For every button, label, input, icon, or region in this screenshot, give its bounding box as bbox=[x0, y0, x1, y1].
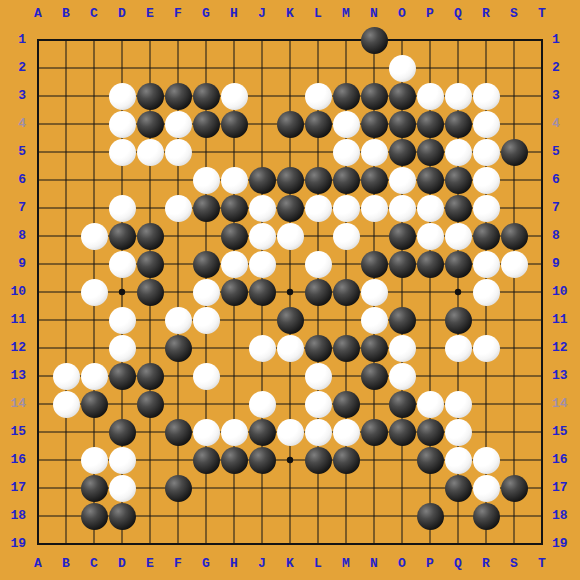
intersection-P3[interactable] bbox=[416, 82, 444, 110]
intersection-H11[interactable] bbox=[220, 306, 248, 334]
intersection-A4[interactable] bbox=[24, 110, 52, 138]
intersection-E4[interactable] bbox=[136, 110, 164, 138]
intersection-O10[interactable] bbox=[388, 278, 416, 306]
intersection-B18[interactable] bbox=[52, 502, 80, 530]
intersection-G1[interactable] bbox=[192, 26, 220, 54]
intersection-J2[interactable] bbox=[248, 54, 276, 82]
intersection-J13[interactable] bbox=[248, 362, 276, 390]
intersection-D5[interactable] bbox=[108, 138, 136, 166]
intersection-N1[interactable] bbox=[360, 26, 388, 54]
intersection-R6[interactable] bbox=[472, 166, 500, 194]
intersection-G17[interactable] bbox=[192, 474, 220, 502]
intersection-Q10[interactable] bbox=[444, 278, 472, 306]
intersection-Q2[interactable] bbox=[444, 54, 472, 82]
intersection-M5[interactable] bbox=[332, 138, 360, 166]
intersection-D8[interactable] bbox=[108, 222, 136, 250]
intersection-H4[interactable] bbox=[220, 110, 248, 138]
intersection-D6[interactable] bbox=[108, 166, 136, 194]
intersection-K3[interactable] bbox=[276, 82, 304, 110]
intersection-C16[interactable] bbox=[80, 446, 108, 474]
intersection-C5[interactable] bbox=[80, 138, 108, 166]
intersection-K11[interactable] bbox=[276, 306, 304, 334]
intersection-D18[interactable] bbox=[108, 502, 136, 530]
intersection-H10[interactable] bbox=[220, 278, 248, 306]
intersection-H2[interactable] bbox=[220, 54, 248, 82]
intersection-F12[interactable] bbox=[164, 334, 192, 362]
intersection-M16[interactable] bbox=[332, 446, 360, 474]
intersection-O14[interactable] bbox=[388, 390, 416, 418]
intersection-Q13[interactable] bbox=[444, 362, 472, 390]
intersection-N12[interactable] bbox=[360, 334, 388, 362]
intersection-F1[interactable] bbox=[164, 26, 192, 54]
intersection-P18[interactable] bbox=[416, 502, 444, 530]
intersection-Q3[interactable] bbox=[444, 82, 472, 110]
intersection-G5[interactable] bbox=[192, 138, 220, 166]
intersection-K13[interactable] bbox=[276, 362, 304, 390]
intersection-M4[interactable] bbox=[332, 110, 360, 138]
intersection-M9[interactable] bbox=[332, 250, 360, 278]
intersection-A11[interactable] bbox=[24, 306, 52, 334]
intersection-B11[interactable] bbox=[52, 306, 80, 334]
intersection-D11[interactable] bbox=[108, 306, 136, 334]
intersection-H13[interactable] bbox=[220, 362, 248, 390]
intersection-O13[interactable] bbox=[388, 362, 416, 390]
intersection-P13[interactable] bbox=[416, 362, 444, 390]
intersection-M8[interactable] bbox=[332, 222, 360, 250]
intersection-A14[interactable] bbox=[24, 390, 52, 418]
intersection-D9[interactable] bbox=[108, 250, 136, 278]
intersection-R12[interactable] bbox=[472, 334, 500, 362]
intersection-G10[interactable] bbox=[192, 278, 220, 306]
intersection-S7[interactable] bbox=[500, 194, 528, 222]
intersection-A13[interactable] bbox=[24, 362, 52, 390]
intersection-O7[interactable] bbox=[388, 194, 416, 222]
intersection-B7[interactable] bbox=[52, 194, 80, 222]
intersection-Q4[interactable] bbox=[444, 110, 472, 138]
intersection-L10[interactable] bbox=[304, 278, 332, 306]
intersection-R9[interactable] bbox=[472, 250, 500, 278]
intersection-A12[interactable] bbox=[24, 334, 52, 362]
intersection-N11[interactable] bbox=[360, 306, 388, 334]
intersection-A6[interactable] bbox=[24, 166, 52, 194]
intersection-R18[interactable] bbox=[472, 502, 500, 530]
intersection-J15[interactable] bbox=[248, 418, 276, 446]
intersection-M2[interactable] bbox=[332, 54, 360, 82]
intersection-H7[interactable] bbox=[220, 194, 248, 222]
intersection-E13[interactable] bbox=[136, 362, 164, 390]
intersection-M17[interactable] bbox=[332, 474, 360, 502]
intersection-O2[interactable] bbox=[388, 54, 416, 82]
intersection-F11[interactable] bbox=[164, 306, 192, 334]
intersection-C2[interactable] bbox=[80, 54, 108, 82]
intersection-O8[interactable] bbox=[388, 222, 416, 250]
intersection-M12[interactable] bbox=[332, 334, 360, 362]
intersection-P16[interactable] bbox=[416, 446, 444, 474]
intersection-C10[interactable] bbox=[80, 278, 108, 306]
intersection-S6[interactable] bbox=[500, 166, 528, 194]
intersection-N16[interactable] bbox=[360, 446, 388, 474]
intersection-P5[interactable] bbox=[416, 138, 444, 166]
intersection-R16[interactable] bbox=[472, 446, 500, 474]
intersection-N8[interactable] bbox=[360, 222, 388, 250]
intersection-A10[interactable] bbox=[24, 278, 52, 306]
intersection-P4[interactable] bbox=[416, 110, 444, 138]
intersection-J5[interactable] bbox=[248, 138, 276, 166]
intersection-E17[interactable] bbox=[136, 474, 164, 502]
intersection-A15[interactable] bbox=[24, 418, 52, 446]
intersection-O17[interactable] bbox=[388, 474, 416, 502]
intersection-P7[interactable] bbox=[416, 194, 444, 222]
intersection-O11[interactable] bbox=[388, 306, 416, 334]
intersection-R17[interactable] bbox=[472, 474, 500, 502]
intersection-F3[interactable] bbox=[164, 82, 192, 110]
intersection-P1[interactable] bbox=[416, 26, 444, 54]
intersection-N10[interactable] bbox=[360, 278, 388, 306]
intersection-H5[interactable] bbox=[220, 138, 248, 166]
intersection-R4[interactable] bbox=[472, 110, 500, 138]
intersection-S16[interactable] bbox=[500, 446, 528, 474]
intersection-N2[interactable] bbox=[360, 54, 388, 82]
intersection-C17[interactable] bbox=[80, 474, 108, 502]
intersection-K17[interactable] bbox=[276, 474, 304, 502]
intersection-F4[interactable] bbox=[164, 110, 192, 138]
intersection-P12[interactable] bbox=[416, 334, 444, 362]
intersection-P10[interactable] bbox=[416, 278, 444, 306]
intersection-S11[interactable] bbox=[500, 306, 528, 334]
intersection-S17[interactable] bbox=[500, 474, 528, 502]
intersection-K16[interactable] bbox=[276, 446, 304, 474]
intersection-N18[interactable] bbox=[360, 502, 388, 530]
intersection-C7[interactable] bbox=[80, 194, 108, 222]
intersection-E1[interactable] bbox=[136, 26, 164, 54]
intersection-P8[interactable] bbox=[416, 222, 444, 250]
intersection-D2[interactable] bbox=[108, 54, 136, 82]
intersection-N6[interactable] bbox=[360, 166, 388, 194]
intersection-S3[interactable] bbox=[500, 82, 528, 110]
intersection-L6[interactable] bbox=[304, 166, 332, 194]
intersection-N5[interactable] bbox=[360, 138, 388, 166]
intersection-C14[interactable] bbox=[80, 390, 108, 418]
intersection-K1[interactable] bbox=[276, 26, 304, 54]
intersection-C9[interactable] bbox=[80, 250, 108, 278]
intersection-A9[interactable] bbox=[24, 250, 52, 278]
intersection-P9[interactable] bbox=[416, 250, 444, 278]
intersection-N17[interactable] bbox=[360, 474, 388, 502]
intersection-K4[interactable] bbox=[276, 110, 304, 138]
intersection-B16[interactable] bbox=[52, 446, 80, 474]
intersection-B12[interactable] bbox=[52, 334, 80, 362]
intersection-E5[interactable] bbox=[136, 138, 164, 166]
intersection-M15[interactable] bbox=[332, 418, 360, 446]
intersection-L7[interactable] bbox=[304, 194, 332, 222]
intersection-Q1[interactable] bbox=[444, 26, 472, 54]
intersection-O4[interactable] bbox=[388, 110, 416, 138]
intersection-C1[interactable] bbox=[80, 26, 108, 54]
intersection-L18[interactable] bbox=[304, 502, 332, 530]
intersection-N13[interactable] bbox=[360, 362, 388, 390]
intersection-E10[interactable] bbox=[136, 278, 164, 306]
intersection-N9[interactable] bbox=[360, 250, 388, 278]
intersection-G16[interactable] bbox=[192, 446, 220, 474]
intersection-S12[interactable] bbox=[500, 334, 528, 362]
intersection-Q6[interactable] bbox=[444, 166, 472, 194]
intersection-Q14[interactable] bbox=[444, 390, 472, 418]
intersection-K7[interactable] bbox=[276, 194, 304, 222]
intersection-G18[interactable] bbox=[192, 502, 220, 530]
intersection-G15[interactable] bbox=[192, 418, 220, 446]
intersection-G7[interactable] bbox=[192, 194, 220, 222]
intersection-G3[interactable] bbox=[192, 82, 220, 110]
intersection-E12[interactable] bbox=[136, 334, 164, 362]
intersection-J3[interactable] bbox=[248, 82, 276, 110]
intersection-L1[interactable] bbox=[304, 26, 332, 54]
intersection-Q9[interactable] bbox=[444, 250, 472, 278]
intersection-P17[interactable] bbox=[416, 474, 444, 502]
intersection-R3[interactable] bbox=[472, 82, 500, 110]
intersection-H6[interactable] bbox=[220, 166, 248, 194]
intersection-B13[interactable] bbox=[52, 362, 80, 390]
intersection-B8[interactable] bbox=[52, 222, 80, 250]
intersection-R10[interactable] bbox=[472, 278, 500, 306]
intersection-B2[interactable] bbox=[52, 54, 80, 82]
intersection-H16[interactable] bbox=[220, 446, 248, 474]
intersection-F9[interactable] bbox=[164, 250, 192, 278]
intersection-O3[interactable] bbox=[388, 82, 416, 110]
intersection-P14[interactable] bbox=[416, 390, 444, 418]
intersection-M14[interactable] bbox=[332, 390, 360, 418]
intersection-N3[interactable] bbox=[360, 82, 388, 110]
intersection-J4[interactable] bbox=[248, 110, 276, 138]
intersection-D7[interactable] bbox=[108, 194, 136, 222]
intersection-D3[interactable] bbox=[108, 82, 136, 110]
intersection-F10[interactable] bbox=[164, 278, 192, 306]
intersection-E15[interactable] bbox=[136, 418, 164, 446]
intersection-L3[interactable] bbox=[304, 82, 332, 110]
intersection-H15[interactable] bbox=[220, 418, 248, 446]
board-intersections[interactable] bbox=[24, 26, 556, 558]
intersection-L17[interactable] bbox=[304, 474, 332, 502]
intersection-P2[interactable] bbox=[416, 54, 444, 82]
intersection-D14[interactable] bbox=[108, 390, 136, 418]
intersection-H8[interactable] bbox=[220, 222, 248, 250]
intersection-H18[interactable] bbox=[220, 502, 248, 530]
intersection-F16[interactable] bbox=[164, 446, 192, 474]
intersection-E8[interactable] bbox=[136, 222, 164, 250]
intersection-F2[interactable] bbox=[164, 54, 192, 82]
intersection-R5[interactable] bbox=[472, 138, 500, 166]
intersection-R14[interactable] bbox=[472, 390, 500, 418]
intersection-C6[interactable] bbox=[80, 166, 108, 194]
intersection-J9[interactable] bbox=[248, 250, 276, 278]
intersection-G11[interactable] bbox=[192, 306, 220, 334]
intersection-R1[interactable] bbox=[472, 26, 500, 54]
intersection-K6[interactable] bbox=[276, 166, 304, 194]
intersection-K15[interactable] bbox=[276, 418, 304, 446]
intersection-R13[interactable] bbox=[472, 362, 500, 390]
intersection-K18[interactable] bbox=[276, 502, 304, 530]
intersection-P6[interactable] bbox=[416, 166, 444, 194]
intersection-A5[interactable] bbox=[24, 138, 52, 166]
intersection-B14[interactable] bbox=[52, 390, 80, 418]
intersection-M6[interactable] bbox=[332, 166, 360, 194]
intersection-L9[interactable] bbox=[304, 250, 332, 278]
intersection-B5[interactable] bbox=[52, 138, 80, 166]
intersection-S14[interactable] bbox=[500, 390, 528, 418]
intersection-N7[interactable] bbox=[360, 194, 388, 222]
intersection-E6[interactable] bbox=[136, 166, 164, 194]
intersection-A3[interactable] bbox=[24, 82, 52, 110]
intersection-L14[interactable] bbox=[304, 390, 332, 418]
intersection-G9[interactable] bbox=[192, 250, 220, 278]
intersection-Q16[interactable] bbox=[444, 446, 472, 474]
intersection-E18[interactable] bbox=[136, 502, 164, 530]
intersection-J11[interactable] bbox=[248, 306, 276, 334]
intersection-R8[interactable] bbox=[472, 222, 500, 250]
intersection-J6[interactable] bbox=[248, 166, 276, 194]
intersection-G8[interactable] bbox=[192, 222, 220, 250]
intersection-N15[interactable] bbox=[360, 418, 388, 446]
intersection-J7[interactable] bbox=[248, 194, 276, 222]
intersection-A7[interactable] bbox=[24, 194, 52, 222]
intersection-L11[interactable] bbox=[304, 306, 332, 334]
intersection-L5[interactable] bbox=[304, 138, 332, 166]
intersection-B17[interactable] bbox=[52, 474, 80, 502]
intersection-K14[interactable] bbox=[276, 390, 304, 418]
intersection-C8[interactable] bbox=[80, 222, 108, 250]
intersection-S13[interactable] bbox=[500, 362, 528, 390]
intersection-Q18[interactable] bbox=[444, 502, 472, 530]
intersection-O6[interactable] bbox=[388, 166, 416, 194]
intersection-R15[interactable] bbox=[472, 418, 500, 446]
intersection-F13[interactable] bbox=[164, 362, 192, 390]
intersection-M13[interactable] bbox=[332, 362, 360, 390]
intersection-D17[interactable] bbox=[108, 474, 136, 502]
intersection-G14[interactable] bbox=[192, 390, 220, 418]
intersection-K12[interactable] bbox=[276, 334, 304, 362]
intersection-C15[interactable] bbox=[80, 418, 108, 446]
intersection-S1[interactable] bbox=[500, 26, 528, 54]
intersection-E11[interactable] bbox=[136, 306, 164, 334]
intersection-D15[interactable] bbox=[108, 418, 136, 446]
intersection-D12[interactable] bbox=[108, 334, 136, 362]
intersection-L2[interactable] bbox=[304, 54, 332, 82]
intersection-A17[interactable] bbox=[24, 474, 52, 502]
intersection-S8[interactable] bbox=[500, 222, 528, 250]
intersection-R11[interactable] bbox=[472, 306, 500, 334]
intersection-G13[interactable] bbox=[192, 362, 220, 390]
intersection-J10[interactable] bbox=[248, 278, 276, 306]
intersection-K2[interactable] bbox=[276, 54, 304, 82]
intersection-O12[interactable] bbox=[388, 334, 416, 362]
intersection-C18[interactable] bbox=[80, 502, 108, 530]
intersection-M10[interactable] bbox=[332, 278, 360, 306]
intersection-H9[interactable] bbox=[220, 250, 248, 278]
intersection-L12[interactable] bbox=[304, 334, 332, 362]
intersection-F6[interactable] bbox=[164, 166, 192, 194]
intersection-B4[interactable] bbox=[52, 110, 80, 138]
intersection-K5[interactable] bbox=[276, 138, 304, 166]
intersection-A8[interactable] bbox=[24, 222, 52, 250]
intersection-M3[interactable] bbox=[332, 82, 360, 110]
intersection-A1[interactable] bbox=[24, 26, 52, 54]
intersection-N14[interactable] bbox=[360, 390, 388, 418]
intersection-O1[interactable] bbox=[388, 26, 416, 54]
intersection-Q8[interactable] bbox=[444, 222, 472, 250]
intersection-H17[interactable] bbox=[220, 474, 248, 502]
intersection-D4[interactable] bbox=[108, 110, 136, 138]
intersection-G2[interactable] bbox=[192, 54, 220, 82]
intersection-F8[interactable] bbox=[164, 222, 192, 250]
intersection-D16[interactable] bbox=[108, 446, 136, 474]
intersection-C4[interactable] bbox=[80, 110, 108, 138]
intersection-G4[interactable] bbox=[192, 110, 220, 138]
intersection-E3[interactable] bbox=[136, 82, 164, 110]
intersection-A2[interactable] bbox=[24, 54, 52, 82]
intersection-P11[interactable] bbox=[416, 306, 444, 334]
intersection-F18[interactable] bbox=[164, 502, 192, 530]
intersection-H14[interactable] bbox=[220, 390, 248, 418]
intersection-D13[interactable] bbox=[108, 362, 136, 390]
intersection-S10[interactable] bbox=[500, 278, 528, 306]
intersection-C3[interactable] bbox=[80, 82, 108, 110]
intersection-Q12[interactable] bbox=[444, 334, 472, 362]
intersection-H12[interactable] bbox=[220, 334, 248, 362]
intersection-J14[interactable] bbox=[248, 390, 276, 418]
intersection-J18[interactable] bbox=[248, 502, 276, 530]
intersection-L13[interactable] bbox=[304, 362, 332, 390]
intersection-E16[interactable] bbox=[136, 446, 164, 474]
intersection-B6[interactable] bbox=[52, 166, 80, 194]
intersection-F7[interactable] bbox=[164, 194, 192, 222]
intersection-F5[interactable] bbox=[164, 138, 192, 166]
intersection-G12[interactable] bbox=[192, 334, 220, 362]
intersection-K10[interactable] bbox=[276, 278, 304, 306]
intersection-B1[interactable] bbox=[52, 26, 80, 54]
intersection-G6[interactable] bbox=[192, 166, 220, 194]
intersection-B3[interactable] bbox=[52, 82, 80, 110]
intersection-M7[interactable] bbox=[332, 194, 360, 222]
intersection-S9[interactable] bbox=[500, 250, 528, 278]
intersection-S18[interactable] bbox=[500, 502, 528, 530]
intersection-S4[interactable] bbox=[500, 110, 528, 138]
intersection-O9[interactable] bbox=[388, 250, 416, 278]
intersection-O5[interactable] bbox=[388, 138, 416, 166]
intersection-E7[interactable] bbox=[136, 194, 164, 222]
intersection-A18[interactable] bbox=[24, 502, 52, 530]
intersection-Q11[interactable] bbox=[444, 306, 472, 334]
intersection-D10[interactable] bbox=[108, 278, 136, 306]
intersection-O16[interactable] bbox=[388, 446, 416, 474]
intersection-J1[interactable] bbox=[248, 26, 276, 54]
intersection-M1[interactable] bbox=[332, 26, 360, 54]
intersection-A16[interactable] bbox=[24, 446, 52, 474]
intersection-M18[interactable] bbox=[332, 502, 360, 530]
intersection-J17[interactable] bbox=[248, 474, 276, 502]
intersection-P15[interactable] bbox=[416, 418, 444, 446]
intersection-Q17[interactable] bbox=[444, 474, 472, 502]
intersection-R2[interactable] bbox=[472, 54, 500, 82]
intersection-Q7[interactable] bbox=[444, 194, 472, 222]
intersection-F17[interactable] bbox=[164, 474, 192, 502]
intersection-Q5[interactable] bbox=[444, 138, 472, 166]
intersection-S15[interactable] bbox=[500, 418, 528, 446]
intersection-O18[interactable] bbox=[388, 502, 416, 530]
intersection-L15[interactable] bbox=[304, 418, 332, 446]
intersection-N4[interactable] bbox=[360, 110, 388, 138]
intersection-B9[interactable] bbox=[52, 250, 80, 278]
intersection-L4[interactable] bbox=[304, 110, 332, 138]
intersection-L16[interactable] bbox=[304, 446, 332, 474]
